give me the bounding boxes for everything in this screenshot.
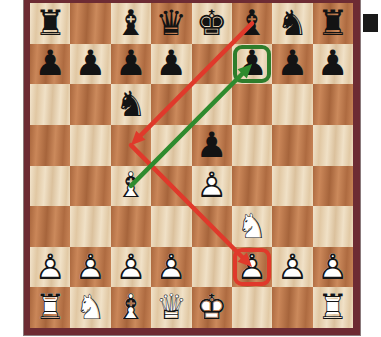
piece-black-pawn[interactable]: ♟ xyxy=(272,44,312,85)
piece-white-pawn[interactable]: ♟♙ xyxy=(313,247,353,288)
square-b7[interactable]: ♟ xyxy=(70,44,110,85)
piece-black-rook[interactable]: ♜ xyxy=(30,3,70,44)
square-g3[interactable] xyxy=(272,206,312,247)
square-h7[interactable]: ♟ xyxy=(313,44,353,85)
square-g1[interactable] xyxy=(272,287,312,328)
square-a6[interactable] xyxy=(30,84,70,125)
square-d5[interactable] xyxy=(151,125,191,166)
square-a2[interactable]: ♟♙ xyxy=(30,247,70,288)
black-to-move-indicator xyxy=(363,14,378,32)
square-f4[interactable] xyxy=(232,166,272,207)
square-d2[interactable]: ♟♙ xyxy=(151,247,191,288)
piece-white-pawn[interactable]: ♟♙ xyxy=(70,247,110,288)
piece-black-pawn[interactable]: ♟ xyxy=(111,44,151,85)
square-e2[interactable] xyxy=(192,247,232,288)
square-a7[interactable]: ♟ xyxy=(30,44,70,85)
square-h8[interactable]: ♜ xyxy=(313,3,353,44)
piece-white-knight[interactable]: ♞♘ xyxy=(232,206,272,247)
square-c3[interactable] xyxy=(111,206,151,247)
square-h5[interactable] xyxy=(313,125,353,166)
piece-black-knight[interactable]: ♞ xyxy=(272,3,312,44)
square-c7[interactable]: ♟ xyxy=(111,44,151,85)
square-h1[interactable]: ♜♖ xyxy=(313,287,353,328)
square-c1[interactable]: ♝♗ xyxy=(111,287,151,328)
square-h2[interactable]: ♟♙ xyxy=(313,247,353,288)
square-e3[interactable] xyxy=(192,206,232,247)
piece-white-pawn[interactable]: ♟♙ xyxy=(272,247,312,288)
square-b1[interactable]: ♞♘ xyxy=(70,287,110,328)
square-e1[interactable]: ♚♔ xyxy=(192,287,232,328)
piece-black-bishop[interactable]: ♝ xyxy=(232,3,272,44)
piece-black-pawn[interactable]: ♟ xyxy=(30,44,70,85)
square-e5[interactable]: ♟ xyxy=(192,125,232,166)
piece-black-pawn[interactable]: ♟ xyxy=(232,44,272,85)
square-c5[interactable] xyxy=(111,125,151,166)
chess-board: ♜♝♛♚♝♞♜♟♟♟♟♟♟♟♞♟♝♗♟♙♞♘♟♙♟♙♟♙♟♙♟♙♟♙♟♙♜♖♞♘… xyxy=(30,3,353,328)
square-a1[interactable]: ♜♖ xyxy=(30,287,70,328)
piece-black-pawn[interactable]: ♟ xyxy=(313,44,353,85)
piece-black-king[interactable]: ♚ xyxy=(192,3,232,44)
piece-white-rook[interactable]: ♜♖ xyxy=(313,287,353,328)
square-e4[interactable]: ♟♙ xyxy=(192,166,232,207)
square-f1[interactable] xyxy=(232,287,272,328)
piece-white-pawn[interactable]: ♟♙ xyxy=(232,247,272,288)
square-a8[interactable]: ♜ xyxy=(30,3,70,44)
piece-black-knight[interactable]: ♞ xyxy=(111,84,151,125)
piece-black-bishop[interactable]: ♝ xyxy=(111,3,151,44)
square-a5[interactable] xyxy=(30,125,70,166)
square-g6[interactable] xyxy=(272,84,312,125)
square-f5[interactable] xyxy=(232,125,272,166)
chess-board-frame: ♜♝♛♚♝♞♜♟♟♟♟♟♟♟♞♟♝♗♟♙♞♘♟♙♟♙♟♙♟♙♟♙♟♙♟♙♜♖♞♘… xyxy=(24,0,360,335)
square-b3[interactable] xyxy=(70,206,110,247)
square-f2[interactable]: ♟♙ xyxy=(232,247,272,288)
square-b8[interactable] xyxy=(70,3,110,44)
square-c8[interactable]: ♝ xyxy=(111,3,151,44)
square-e6[interactable] xyxy=(192,84,232,125)
square-h4[interactable] xyxy=(313,166,353,207)
piece-white-rook[interactable]: ♜♖ xyxy=(30,287,70,328)
piece-white-knight[interactable]: ♞♘ xyxy=(70,287,110,328)
page: ♜♝♛♚♝♞♜♟♟♟♟♟♟♟♞♟♝♗♟♙♞♘♟♙♟♙♟♙♟♙♟♙♟♙♟♙♜♖♞♘… xyxy=(0,0,381,337)
square-d7[interactable]: ♟ xyxy=(151,44,191,85)
square-g5[interactable] xyxy=(272,125,312,166)
square-d1[interactable]: ♛♕ xyxy=(151,287,191,328)
square-f3[interactable]: ♞♘ xyxy=(232,206,272,247)
square-b4[interactable] xyxy=(70,166,110,207)
piece-white-king[interactable]: ♚♔ xyxy=(192,287,232,328)
square-e7[interactable] xyxy=(192,44,232,85)
piece-white-pawn[interactable]: ♟♙ xyxy=(151,247,191,288)
piece-white-bishop[interactable]: ♝♗ xyxy=(111,287,151,328)
square-c2[interactable]: ♟♙ xyxy=(111,247,151,288)
square-f6[interactable] xyxy=(232,84,272,125)
square-e8[interactable]: ♚ xyxy=(192,3,232,44)
square-b6[interactable] xyxy=(70,84,110,125)
square-b2[interactable]: ♟♙ xyxy=(70,247,110,288)
piece-black-pawn[interactable]: ♟ xyxy=(192,125,232,166)
square-g7[interactable]: ♟ xyxy=(272,44,312,85)
piece-white-pawn[interactable]: ♟♙ xyxy=(30,247,70,288)
square-f8[interactable]: ♝ xyxy=(232,3,272,44)
square-c4[interactable]: ♝♗ xyxy=(111,166,151,207)
square-h3[interactable] xyxy=(313,206,353,247)
square-f7[interactable]: ♟ xyxy=(232,44,272,85)
square-g8[interactable]: ♞ xyxy=(272,3,312,44)
square-g4[interactable] xyxy=(272,166,312,207)
piece-white-pawn[interactable]: ♟♙ xyxy=(192,166,232,207)
square-g2[interactable]: ♟♙ xyxy=(272,247,312,288)
square-d3[interactable] xyxy=(151,206,191,247)
square-d6[interactable] xyxy=(151,84,191,125)
square-c6[interactable]: ♞ xyxy=(111,84,151,125)
piece-black-pawn[interactable]: ♟ xyxy=(70,44,110,85)
square-a3[interactable] xyxy=(30,206,70,247)
square-d4[interactable] xyxy=(151,166,191,207)
piece-white-pawn[interactable]: ♟♙ xyxy=(111,247,151,288)
square-h6[interactable] xyxy=(313,84,353,125)
piece-white-queen[interactable]: ♛♕ xyxy=(151,287,191,328)
piece-white-bishop[interactable]: ♝♗ xyxy=(111,166,151,207)
square-a4[interactable] xyxy=(30,166,70,207)
piece-black-pawn[interactable]: ♟ xyxy=(151,44,191,85)
square-d8[interactable]: ♛ xyxy=(151,3,191,44)
square-b5[interactable] xyxy=(70,125,110,166)
piece-black-rook[interactable]: ♜ xyxy=(313,3,353,44)
piece-black-queen[interactable]: ♛ xyxy=(151,3,191,44)
